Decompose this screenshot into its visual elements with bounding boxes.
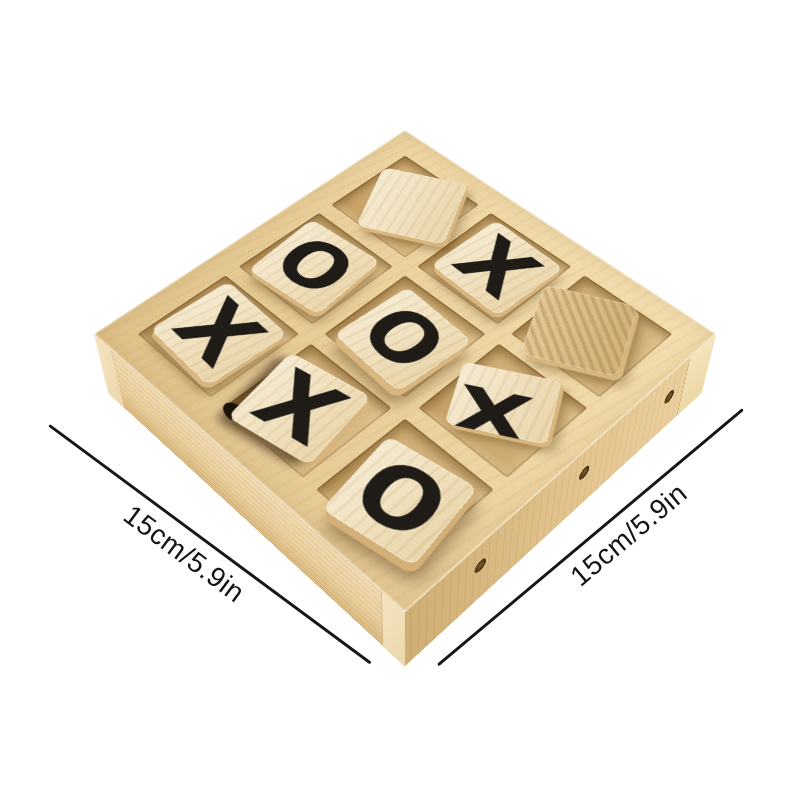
cell-r2c1: X (223, 344, 392, 478)
finger-hole (578, 463, 590, 483)
hidden-tile-mark (218, 399, 254, 429)
tile-r2c1-x: X (227, 352, 371, 465)
tile-mark: X (439, 226, 555, 310)
tile-r2c0-x: X (150, 281, 288, 385)
tile-r1c1-o: O (334, 287, 473, 392)
tile-r0c2-blank (520, 285, 638, 378)
tile-r0c0-blank (356, 167, 468, 245)
tile-r1c2-x-tilted: X (444, 361, 562, 444)
tile-mark: X (444, 376, 538, 445)
tile-r1c0-o: O (248, 219, 380, 314)
tile-r2c2-o: O (322, 436, 478, 567)
tile-mark: O (332, 442, 467, 560)
tile-mark: O (256, 224, 372, 309)
cell-r1c2: X (418, 344, 587, 478)
finger-hole (474, 556, 486, 576)
tile-mark: X (237, 357, 362, 459)
finger-hole (663, 387, 675, 406)
tile-mark: O (341, 293, 464, 385)
cell-r2c2: O (316, 419, 494, 567)
product-photo-scene: X O O X (0, 0, 800, 800)
tile-mark: X (157, 288, 280, 379)
